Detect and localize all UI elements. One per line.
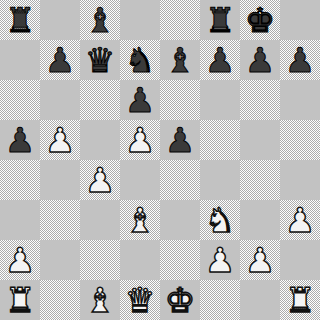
square-g5[interactable] (240, 120, 280, 160)
square-g7[interactable]: ♟ (240, 40, 280, 80)
square-f5[interactable] (200, 120, 240, 160)
black-pawn-icon[interactable]: ♟ (165, 120, 195, 160)
black-bishop-icon[interactable]: ♝ (165, 40, 195, 80)
square-h7[interactable]: ♟ (280, 40, 320, 80)
square-d8[interactable] (120, 0, 160, 40)
black-rook-icon[interactable]: ♜ (205, 0, 235, 40)
square-g6[interactable] (240, 80, 280, 120)
white-pawn-icon[interactable]: ♟ (85, 160, 115, 200)
square-h8[interactable] (280, 0, 320, 40)
white-pawn-icon[interactable]: ♟ (245, 240, 275, 280)
black-pawn-icon[interactable]: ♟ (205, 40, 235, 80)
square-a5[interactable]: ♟ (0, 120, 40, 160)
square-f7[interactable]: ♟ (200, 40, 240, 80)
square-c2[interactable] (80, 240, 120, 280)
white-rook-icon[interactable]: ♜ (5, 280, 35, 320)
square-c6[interactable] (80, 80, 120, 120)
square-b3[interactable] (40, 200, 80, 240)
square-c5[interactable] (80, 120, 120, 160)
square-h2[interactable] (280, 240, 320, 280)
black-king-icon[interactable]: ♚ (245, 0, 275, 40)
black-pawn-icon[interactable]: ♟ (285, 40, 315, 80)
chess-board: ♜♝♜♚♟♛♞♝♟♟♟♟♟♟♟♟♟♝♞♟♟♟♟♜♝♛♚♜ (0, 0, 320, 320)
white-pawn-icon[interactable]: ♟ (45, 120, 75, 160)
black-pawn-icon[interactable]: ♟ (125, 80, 155, 120)
square-d3[interactable]: ♝ (120, 200, 160, 240)
square-g8[interactable]: ♚ (240, 0, 280, 40)
white-bishop-icon[interactable]: ♝ (125, 200, 155, 240)
square-e6[interactable] (160, 80, 200, 120)
square-h4[interactable] (280, 160, 320, 200)
square-e4[interactable] (160, 160, 200, 200)
white-pawn-icon[interactable]: ♟ (285, 200, 315, 240)
square-b1[interactable] (40, 280, 80, 320)
square-g1[interactable] (240, 280, 280, 320)
square-d1[interactable]: ♛ (120, 280, 160, 320)
square-a4[interactable] (0, 160, 40, 200)
square-f3[interactable]: ♞ (200, 200, 240, 240)
black-pawn-icon[interactable]: ♟ (245, 40, 275, 80)
black-bishop-icon[interactable]: ♝ (85, 0, 115, 40)
square-e7[interactable]: ♝ (160, 40, 200, 80)
square-e2[interactable] (160, 240, 200, 280)
white-queen-icon[interactable]: ♛ (125, 280, 155, 320)
square-a1[interactable]: ♜ (0, 280, 40, 320)
square-g2[interactable]: ♟ (240, 240, 280, 280)
white-pawn-icon[interactable]: ♟ (5, 240, 35, 280)
black-queen-icon[interactable]: ♛ (85, 40, 115, 80)
black-knight-icon[interactable]: ♞ (125, 40, 155, 80)
square-g3[interactable] (240, 200, 280, 240)
square-d4[interactable] (120, 160, 160, 200)
white-rook-icon[interactable]: ♜ (285, 280, 315, 320)
white-knight-icon[interactable]: ♞ (205, 200, 235, 240)
white-pawn-icon[interactable]: ♟ (125, 120, 155, 160)
black-rook-icon[interactable]: ♜ (5, 0, 35, 40)
square-a6[interactable] (0, 80, 40, 120)
square-a8[interactable]: ♜ (0, 0, 40, 40)
square-b6[interactable] (40, 80, 80, 120)
square-d5[interactable]: ♟ (120, 120, 160, 160)
square-h1[interactable]: ♜ (280, 280, 320, 320)
white-king-icon[interactable]: ♚ (165, 280, 195, 320)
square-c1[interactable]: ♝ (80, 280, 120, 320)
square-c4[interactable]: ♟ (80, 160, 120, 200)
square-f2[interactable]: ♟ (200, 240, 240, 280)
black-pawn-icon[interactable]: ♟ (5, 120, 35, 160)
square-h5[interactable] (280, 120, 320, 160)
square-f1[interactable] (200, 280, 240, 320)
square-b4[interactable] (40, 160, 80, 200)
square-d6[interactable]: ♟ (120, 80, 160, 120)
white-pawn-icon[interactable]: ♟ (205, 240, 235, 280)
square-e1[interactable]: ♚ (160, 280, 200, 320)
square-f8[interactable]: ♜ (200, 0, 240, 40)
square-g4[interactable] (240, 160, 280, 200)
square-b2[interactable] (40, 240, 80, 280)
square-e3[interactable] (160, 200, 200, 240)
square-c3[interactable] (80, 200, 120, 240)
square-c8[interactable]: ♝ (80, 0, 120, 40)
square-d7[interactable]: ♞ (120, 40, 160, 80)
square-c7[interactable]: ♛ (80, 40, 120, 80)
black-pawn-icon[interactable]: ♟ (45, 40, 75, 80)
square-h6[interactable] (280, 80, 320, 120)
square-a2[interactable]: ♟ (0, 240, 40, 280)
white-bishop-icon[interactable]: ♝ (85, 280, 115, 320)
square-b7[interactable]: ♟ (40, 40, 80, 80)
square-f6[interactable] (200, 80, 240, 120)
square-e5[interactable]: ♟ (160, 120, 200, 160)
square-a7[interactable] (0, 40, 40, 80)
square-h3[interactable]: ♟ (280, 200, 320, 240)
square-b5[interactable]: ♟ (40, 120, 80, 160)
square-b8[interactable] (40, 0, 80, 40)
square-d2[interactable] (120, 240, 160, 280)
square-e8[interactable] (160, 0, 200, 40)
square-f4[interactable] (200, 160, 240, 200)
square-a3[interactable] (0, 200, 40, 240)
